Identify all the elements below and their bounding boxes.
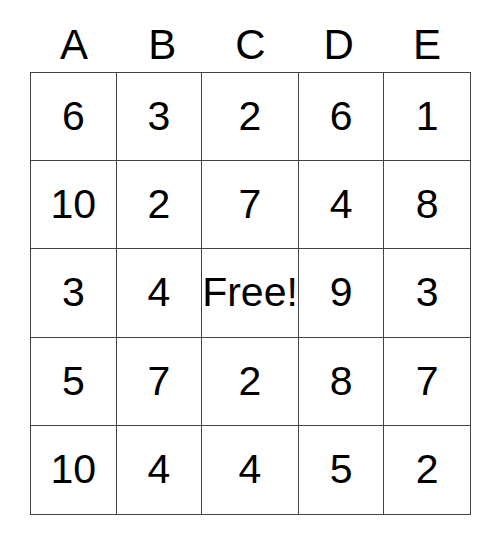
bingo-cell[interactable]: 4 [299,161,385,249]
column-header-c: C [206,0,294,70]
bingo-cell[interactable]: 1 [384,73,470,161]
bingo-cell[interactable]: 2 [202,73,299,161]
bingo-cell[interactable]: 4 [117,426,203,514]
bingo-cell[interactable]: 7 [202,161,299,249]
column-header-d: D [295,0,383,70]
bingo-cell[interactable]: 10 [31,426,117,514]
bingo-cell[interactable]: 4 [202,426,299,514]
bingo-cell[interactable]: 3 [31,249,117,337]
bingo-cell[interactable]: 5 [31,338,117,426]
bingo-cell[interactable]: 3 [384,249,470,337]
bingo-cell[interactable]: 7 [117,338,203,426]
bingo-card: A B C D E 6326110274834Free!935728710445… [0,0,500,544]
bingo-grid: 6326110274834Free!9357287104452 [30,72,471,515]
column-header-e: E [383,0,471,70]
column-header-b: B [118,0,206,70]
bingo-cell[interactable]: 2 [202,338,299,426]
column-headers: A B C D E [30,0,471,70]
bingo-cell[interactable]: 9 [299,249,385,337]
bingo-cell[interactable]: 2 [117,161,203,249]
bingo-cell[interactable]: 7 [384,338,470,426]
bingo-cell[interactable]: 10 [31,161,117,249]
bingo-cell[interactable]: 8 [384,161,470,249]
bingo-cell[interactable]: 8 [299,338,385,426]
bingo-cell[interactable]: 3 [117,73,203,161]
bingo-cell-free[interactable]: Free! [202,249,299,337]
bingo-cell[interactable]: 2 [384,426,470,514]
bingo-cell[interactable]: 5 [299,426,385,514]
column-header-a: A [30,0,118,70]
bingo-cell[interactable]: 4 [117,249,203,337]
bingo-cell[interactable]: 6 [31,73,117,161]
bingo-cell[interactable]: 6 [299,73,385,161]
